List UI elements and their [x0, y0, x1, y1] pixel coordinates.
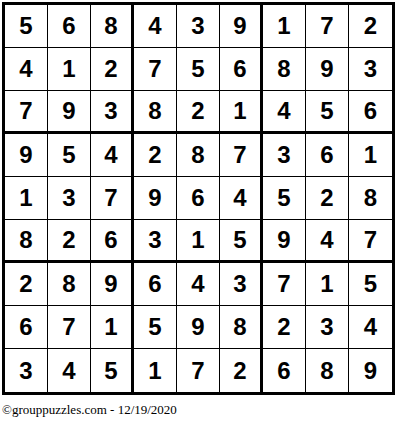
cell-r9c6: 2 — [220, 349, 263, 392]
cell-r4c5: 8 — [177, 134, 220, 177]
sudoku-board: 5684391724127568937938214569542873611379… — [2, 2, 395, 395]
cell-r3c7: 4 — [263, 91, 306, 134]
cell-r2c2: 1 — [48, 48, 91, 91]
cell-r3c5: 2 — [177, 91, 220, 134]
cell-r7c5: 4 — [177, 263, 220, 306]
cell-r5c4: 9 — [134, 177, 177, 220]
cell-r7c3: 9 — [91, 263, 134, 306]
cell-r1c2: 6 — [48, 5, 91, 48]
cell-r3c2: 9 — [48, 91, 91, 134]
cell-r9c5: 7 — [177, 349, 220, 392]
cell-r2c6: 6 — [220, 48, 263, 91]
cell-r4c7: 3 — [263, 134, 306, 177]
cell-r5c7: 5 — [263, 177, 306, 220]
copyright-credit: ©grouppuzzles.com - 12/19/2020 — [2, 402, 177, 418]
cell-r3c4: 8 — [134, 91, 177, 134]
cell-r3c1: 7 — [5, 91, 48, 134]
cell-r5c2: 3 — [48, 177, 91, 220]
sudoku-page: 5684391724127568937938214569542873611379… — [0, 0, 402, 424]
cell-r6c1: 8 — [5, 220, 48, 263]
cell-r1c5: 3 — [177, 5, 220, 48]
cell-r9c3: 5 — [91, 349, 134, 392]
cell-r9c4: 1 — [134, 349, 177, 392]
cell-r1c1: 5 — [5, 5, 48, 48]
cell-r3c8: 5 — [306, 91, 349, 134]
cell-r6c2: 2 — [48, 220, 91, 263]
cell-r9c1: 3 — [5, 349, 48, 392]
cell-r1c3: 8 — [91, 5, 134, 48]
cell-r8c4: 5 — [134, 306, 177, 349]
cell-r2c1: 4 — [5, 48, 48, 91]
cell-r8c9: 4 — [349, 306, 392, 349]
cell-r1c9: 2 — [349, 5, 392, 48]
cell-r9c7: 6 — [263, 349, 306, 392]
cell-r5c6: 4 — [220, 177, 263, 220]
cell-r2c3: 2 — [91, 48, 134, 91]
cell-r6c9: 7 — [349, 220, 392, 263]
cell-r2c7: 8 — [263, 48, 306, 91]
cell-r7c6: 3 — [220, 263, 263, 306]
cell-r3c3: 3 — [91, 91, 134, 134]
cell-r4c3: 4 — [91, 134, 134, 177]
cell-r1c4: 4 — [134, 5, 177, 48]
cell-r6c4: 3 — [134, 220, 177, 263]
cell-r8c5: 9 — [177, 306, 220, 349]
cell-r8c1: 6 — [5, 306, 48, 349]
cell-r5c5: 6 — [177, 177, 220, 220]
cell-r4c2: 5 — [48, 134, 91, 177]
cell-r9c8: 8 — [306, 349, 349, 392]
cell-r4c6: 7 — [220, 134, 263, 177]
cell-r4c8: 6 — [306, 134, 349, 177]
cell-r7c9: 5 — [349, 263, 392, 306]
cell-r6c8: 4 — [306, 220, 349, 263]
cell-r5c1: 1 — [5, 177, 48, 220]
cell-r4c1: 9 — [5, 134, 48, 177]
cell-r8c7: 2 — [263, 306, 306, 349]
cell-r2c9: 3 — [349, 48, 392, 91]
cell-r7c8: 1 — [306, 263, 349, 306]
cell-r8c8: 3 — [306, 306, 349, 349]
cell-r7c2: 8 — [48, 263, 91, 306]
cell-r7c1: 2 — [5, 263, 48, 306]
cell-r3c6: 1 — [220, 91, 263, 134]
cell-r2c4: 7 — [134, 48, 177, 91]
cell-r7c7: 7 — [263, 263, 306, 306]
cell-r8c3: 1 — [91, 306, 134, 349]
cell-r1c8: 7 — [306, 5, 349, 48]
cell-r4c4: 2 — [134, 134, 177, 177]
cell-r1c6: 9 — [220, 5, 263, 48]
cell-r8c2: 7 — [48, 306, 91, 349]
cell-r6c6: 5 — [220, 220, 263, 263]
cell-r1c7: 1 — [263, 5, 306, 48]
cell-r2c8: 9 — [306, 48, 349, 91]
cell-r6c5: 1 — [177, 220, 220, 263]
cell-r9c2: 4 — [48, 349, 91, 392]
cell-r5c9: 8 — [349, 177, 392, 220]
cell-r5c8: 2 — [306, 177, 349, 220]
cell-r5c3: 7 — [91, 177, 134, 220]
cell-r8c6: 8 — [220, 306, 263, 349]
cell-r3c9: 6 — [349, 91, 392, 134]
cell-r2c5: 5 — [177, 48, 220, 91]
cell-r4c9: 1 — [349, 134, 392, 177]
cell-r6c3: 6 — [91, 220, 134, 263]
cell-r9c9: 9 — [349, 349, 392, 392]
cell-r7c4: 6 — [134, 263, 177, 306]
cell-r6c7: 9 — [263, 220, 306, 263]
